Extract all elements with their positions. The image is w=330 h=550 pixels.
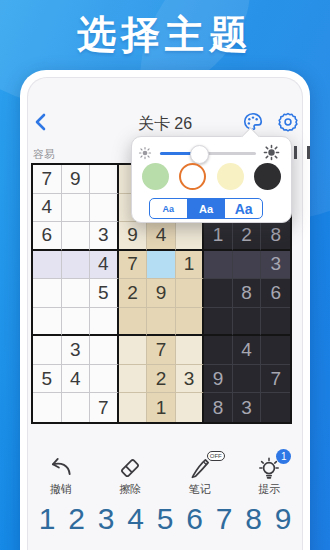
cell-r3c2[interactable]: [62, 222, 91, 251]
brightness-thumb[interactable]: [190, 145, 209, 164]
numpad-key-5[interactable]: 5: [152, 502, 178, 536]
numpad-key-6[interactable]: 6: [182, 502, 208, 536]
app-screen: 选择主题 关卡 26 容易 794639412847: [0, 0, 330, 550]
cell-r6c6[interactable]: [176, 308, 205, 337]
cell-r9c9[interactable]: [261, 393, 290, 422]
numpad-key-3[interactable]: 3: [93, 502, 119, 536]
cell-r9c2[interactable]: [62, 393, 91, 422]
cell-r7c3[interactable]: [90, 336, 119, 365]
theme-swatch-black[interactable]: [254, 163, 281, 190]
cell-r2c2[interactable]: [62, 194, 91, 223]
app-card: 关卡 26 容易 7946394128471352986374542397718…: [20, 70, 310, 550]
cell-r4c5[interactable]: [147, 251, 176, 280]
cell-r4c8[interactable]: [233, 251, 262, 280]
cell-r6c9[interactable]: [261, 308, 290, 337]
cell-r3c4[interactable]: 9: [119, 222, 148, 251]
undo-icon: [48, 454, 74, 480]
cell-r3c9[interactable]: 8: [261, 222, 290, 251]
cell-r8c8[interactable]: [233, 365, 262, 394]
cell-r9c6[interactable]: [176, 393, 205, 422]
font-size-small[interactable]: Aa: [150, 199, 187, 218]
difficulty-label: 容易: [33, 147, 55, 162]
toolbar: 撤销 擦除: [26, 454, 304, 496]
numpad: 123456789: [34, 498, 296, 540]
cell-r8c7[interactable]: 9: [204, 365, 233, 394]
cell-r5c9[interactable]: 6: [261, 279, 290, 308]
cell-r9c4[interactable]: [119, 393, 148, 422]
cell-r3c7[interactable]: 1: [204, 222, 233, 251]
cell-r4c7[interactable]: [204, 251, 233, 280]
page-title: 选择主题: [0, 8, 330, 62]
font-size-large[interactable]: Aa: [224, 199, 262, 218]
cell-r9c5[interactable]: 1: [147, 393, 176, 422]
cell-r8c1[interactable]: 5: [33, 365, 62, 394]
pause-button[interactable]: [294, 146, 310, 159]
cell-r3c3[interactable]: 3: [90, 222, 119, 251]
notes-off-badge: OFF: [207, 451, 225, 461]
cell-r9c7[interactable]: 8: [204, 393, 233, 422]
theme-swatch-cream[interactable]: [217, 163, 244, 190]
brightness-high-icon: [263, 144, 280, 161]
cell-r9c8[interactable]: 3: [233, 393, 262, 422]
cell-r7c8[interactable]: 4: [233, 336, 262, 365]
hint-label: 提示: [258, 482, 280, 497]
theme-swatch-green[interactable]: [142, 163, 169, 190]
undo-button[interactable]: 撤销: [26, 454, 96, 496]
cell-r8c5[interactable]: 2: [147, 365, 176, 394]
numpad-key-9[interactable]: 9: [270, 502, 296, 536]
swatch-row: [142, 163, 281, 189]
notes-label: 笔记: [189, 482, 211, 497]
cell-r6c1[interactable]: [33, 308, 62, 337]
cell-r8c4[interactable]: [119, 365, 148, 394]
numpad-key-4[interactable]: 4: [123, 502, 149, 536]
cell-r1c1[interactable]: 7: [33, 165, 62, 194]
hint-button[interactable]: 1 提示: [235, 454, 305, 496]
cell-r9c1[interactable]: [33, 393, 62, 422]
erase-label: 擦除: [119, 482, 141, 497]
cell-r1c3[interactable]: [90, 165, 119, 194]
gear-icon: [277, 111, 299, 133]
cell-r3c6[interactable]: [176, 222, 205, 251]
cell-r7c1[interactable]: [33, 336, 62, 365]
cell-r4c3[interactable]: 4: [90, 251, 119, 280]
cell-r7c2[interactable]: 3: [62, 336, 91, 365]
cell-r4c1[interactable]: [33, 251, 62, 280]
theme-popup: AaAaAa: [131, 136, 292, 223]
cell-r7c7[interactable]: [204, 336, 233, 365]
cell-r8c2[interactable]: 4: [62, 365, 91, 394]
cell-r4c2[interactable]: [62, 251, 91, 280]
font-size-medium[interactable]: Aa: [187, 199, 225, 218]
numpad-key-1[interactable]: 1: [34, 502, 60, 536]
settings-button[interactable]: [277, 111, 299, 133]
cell-r3c5[interactable]: 4: [147, 222, 176, 251]
brightness-low-icon: [138, 146, 152, 160]
notes-button[interactable]: OFF 笔记: [165, 454, 235, 496]
numpad-key-2[interactable]: 2: [64, 502, 90, 536]
theme-swatch-white[interactable]: [179, 163, 206, 190]
cell-r7c4[interactable]: [119, 336, 148, 365]
cell-r5c5[interactable]: 9: [147, 279, 176, 308]
cell-r7c6[interactable]: [176, 336, 205, 365]
cell-r6c5[interactable]: [147, 308, 176, 337]
cell-r6c3[interactable]: [90, 308, 119, 337]
cell-r5c2[interactable]: [62, 279, 91, 308]
pen-icon: OFF: [187, 454, 213, 480]
cell-r4c6[interactable]: 1: [176, 251, 205, 280]
cell-r8c9[interactable]: 7: [261, 365, 290, 394]
cell-r8c3[interactable]: [90, 365, 119, 394]
cell-r3c1[interactable]: 6: [33, 222, 62, 251]
cell-r9c3[interactable]: 7: [90, 393, 119, 422]
level-title: 关卡 26: [20, 114, 310, 135]
erase-button[interactable]: 擦除: [96, 454, 166, 496]
cell-r4c4[interactable]: 7: [119, 251, 148, 280]
cell-r7c9[interactable]: [261, 336, 290, 365]
cell-r8c6[interactable]: 3: [176, 365, 205, 394]
cell-r5c7[interactable]: [204, 279, 233, 308]
cell-r5c6[interactable]: [176, 279, 205, 308]
font-size-control: AaAaAa: [149, 198, 263, 219]
hint-count-badge: 1: [276, 449, 291, 464]
cell-r4c9[interactable]: 3: [261, 251, 290, 280]
cell-r6c2[interactable]: [62, 308, 91, 337]
cell-r5c4[interactable]: 2: [119, 279, 148, 308]
cell-r5c8[interactable]: 8: [233, 279, 262, 308]
cell-r7c5[interactable]: 7: [147, 336, 176, 365]
cell-r2c1[interactable]: 4: [33, 194, 62, 223]
cell-r6c7[interactable]: [204, 308, 233, 337]
cell-r2c3[interactable]: [90, 194, 119, 223]
undo-label: 撤销: [50, 482, 72, 497]
cell-r6c8[interactable]: [233, 308, 262, 337]
brightness-slider[interactable]: [160, 152, 256, 155]
cell-r6c4[interactable]: [119, 308, 148, 337]
numpad-key-7[interactable]: 7: [211, 502, 237, 536]
cell-r5c1[interactable]: [33, 279, 62, 308]
cell-r3c8[interactable]: 2: [233, 222, 262, 251]
numpad-key-8[interactable]: 8: [241, 502, 267, 536]
bulb-icon: 1: [256, 454, 282, 480]
cell-r1c2[interactable]: 9: [62, 165, 91, 194]
eraser-icon: [117, 454, 143, 480]
cell-r5c3[interactable]: 5: [90, 279, 119, 308]
